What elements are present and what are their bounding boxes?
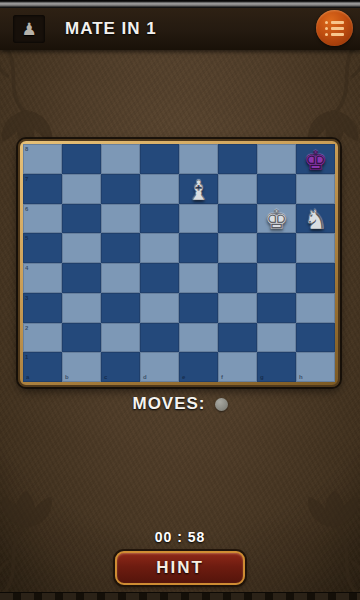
square-c5[interactable] — [101, 233, 140, 263]
square-b2[interactable] — [62, 323, 101, 353]
square-d3[interactable] — [140, 293, 179, 323]
square-b5[interactable] — [62, 233, 101, 263]
rank-label-7: 7 — [25, 176, 28, 182]
square-f8[interactable] — [218, 144, 257, 174]
square-a3[interactable]: 3 — [23, 293, 62, 323]
square-a1[interactable]: 1a — [23, 352, 62, 382]
square-b4[interactable] — [62, 263, 101, 293]
list-menu-button[interactable] — [316, 10, 353, 46]
timer: 00 : 58 — [0, 529, 360, 545]
square-e1[interactable]: e — [179, 352, 218, 382]
file-label-b: b — [65, 374, 69, 380]
square-a8[interactable]: 8 — [23, 144, 62, 174]
square-g3[interactable] — [257, 293, 296, 323]
header-bar: ♟ MATE IN 1 — [0, 8, 360, 50]
square-c1[interactable]: c — [101, 352, 140, 382]
white-bishop[interactable]: ♝ — [186, 177, 210, 204]
file-label-f: f — [221, 374, 223, 380]
status-bar — [0, 0, 360, 8]
square-c8[interactable] — [101, 144, 140, 174]
moves-label: MOVES: — [132, 394, 205, 414]
square-h5[interactable] — [296, 233, 335, 263]
square-e5[interactable] — [179, 233, 218, 263]
square-b3[interactable] — [62, 293, 101, 323]
board-frame: 8♚7♝6♚♞54321abcdefgh — [18, 139, 340, 387]
file-label-d: d — [143, 374, 147, 380]
app-screen: ♟ MATE IN 1 8♚7♝6♚♞54321abcdefgh MOVES: … — [0, 0, 360, 600]
square-b7[interactable] — [62, 174, 101, 204]
bottom-decorative-strip — [0, 592, 360, 600]
square-e2[interactable] — [179, 323, 218, 353]
square-c7[interactable] — [101, 174, 140, 204]
file-label-h: h — [299, 374, 303, 380]
square-f3[interactable] — [218, 293, 257, 323]
square-f6[interactable] — [218, 204, 257, 234]
rank-label-8: 8 — [25, 146, 28, 152]
square-b1[interactable]: b — [62, 352, 101, 382]
square-c4[interactable] — [101, 263, 140, 293]
square-a4[interactable]: 4 — [23, 263, 62, 293]
square-a2[interactable]: 2 — [23, 323, 62, 353]
file-label-g: g — [260, 374, 264, 380]
pawn-icon: ♟ — [13, 15, 45, 43]
rank-label-4: 4 — [25, 265, 28, 271]
square-c3[interactable] — [101, 293, 140, 323]
square-e7[interactable]: ♝ — [179, 174, 218, 204]
square-h3[interactable] — [296, 293, 335, 323]
square-h4[interactable] — [296, 263, 335, 293]
square-f2[interactable] — [218, 323, 257, 353]
rank-label-6: 6 — [25, 206, 28, 212]
square-e6[interactable] — [179, 204, 218, 234]
file-label-c: c — [104, 374, 107, 380]
square-f1[interactable]: f — [218, 352, 257, 382]
square-b8[interactable] — [62, 144, 101, 174]
square-c2[interactable] — [101, 323, 140, 353]
white-knight[interactable]: ♞ — [303, 206, 327, 233]
square-h2[interactable] — [296, 323, 335, 353]
square-g4[interactable] — [257, 263, 296, 293]
square-d5[interactable] — [140, 233, 179, 263]
rank-label-2: 2 — [25, 325, 28, 331]
page-title: MATE IN 1 — [65, 19, 157, 39]
ornament-top-right — [296, 40, 360, 150]
square-f5[interactable] — [218, 233, 257, 263]
square-d8[interactable] — [140, 144, 179, 174]
moves-counter-dot — [215, 398, 228, 411]
square-e8[interactable] — [179, 144, 218, 174]
square-h8[interactable]: ♚ — [296, 144, 335, 174]
rank-label-5: 5 — [25, 235, 28, 241]
chess-board: 8♚7♝6♚♞54321abcdefgh — [23, 144, 335, 382]
hint-button[interactable]: HINT — [115, 551, 245, 585]
square-h6[interactable]: ♞ — [296, 204, 335, 234]
rank-label-3: 3 — [25, 295, 28, 301]
square-d1[interactable]: d — [140, 352, 179, 382]
square-g7[interactable] — [257, 174, 296, 204]
square-a6[interactable]: 6 — [23, 204, 62, 234]
square-g1[interactable]: g — [257, 352, 296, 382]
rank-label-1: 1 — [25, 354, 28, 360]
square-g5[interactable] — [257, 233, 296, 263]
square-e4[interactable] — [179, 263, 218, 293]
square-c6[interactable] — [101, 204, 140, 234]
square-d6[interactable] — [140, 204, 179, 234]
square-a7[interactable]: 7 — [23, 174, 62, 204]
list-menu-icon — [325, 21, 344, 24]
square-h7[interactable] — [296, 174, 335, 204]
hint-button-label: HINT — [156, 558, 204, 578]
square-b6[interactable] — [62, 204, 101, 234]
square-g8[interactable] — [257, 144, 296, 174]
black-king[interactable]: ♚ — [303, 147, 327, 174]
square-f7[interactable] — [218, 174, 257, 204]
file-label-e: e — [182, 374, 185, 380]
square-h1[interactable]: h — [296, 352, 335, 382]
square-d7[interactable] — [140, 174, 179, 204]
file-label-a: a — [26, 374, 29, 380]
moves-panel: MOVES: — [0, 394, 360, 414]
square-d4[interactable] — [140, 263, 179, 293]
ornament-top-left — [0, 40, 64, 150]
square-g2[interactable] — [257, 323, 296, 353]
square-a5[interactable]: 5 — [23, 233, 62, 263]
square-e3[interactable] — [179, 293, 218, 323]
square-f4[interactable] — [218, 263, 257, 293]
square-d2[interactable] — [140, 323, 179, 353]
square-g6[interactable]: ♚ — [257, 204, 296, 234]
white-king[interactable]: ♚ — [264, 206, 288, 233]
